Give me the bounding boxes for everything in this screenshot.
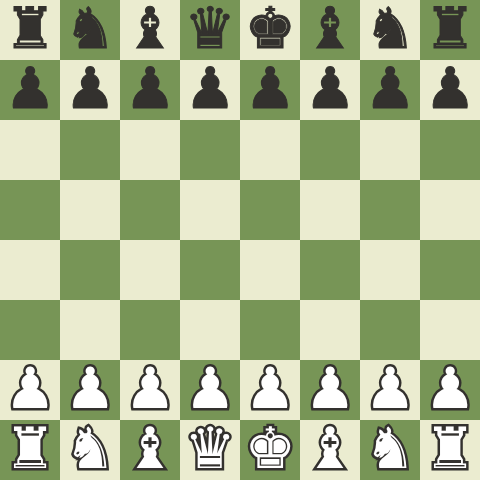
- piece-black-pawn[interactable]: ♟: [300, 60, 360, 120]
- square-a5[interactable]: [0, 180, 60, 240]
- white-queen-glyph: ♛: [184, 420, 235, 477]
- square-a3[interactable]: [0, 300, 60, 360]
- white-pawn-glyph: ♟: [244, 360, 295, 417]
- piece-black-knight[interactable]: ♞: [60, 0, 120, 60]
- black-bishop-glyph: ♝: [304, 0, 355, 57]
- square-e3[interactable]: [240, 300, 300, 360]
- square-e5[interactable]: [240, 180, 300, 240]
- square-d6[interactable]: [180, 120, 240, 180]
- square-f5[interactable]: [300, 180, 360, 240]
- square-e8[interactable]: ♚: [240, 0, 300, 60]
- square-h3[interactable]: [420, 300, 480, 360]
- piece-white-knight[interactable]: ♞♞: [60, 420, 120, 480]
- square-c2[interactable]: ♟♟: [120, 360, 180, 420]
- square-g4[interactable]: [360, 240, 420, 300]
- square-f1[interactable]: ♝♝: [300, 420, 360, 480]
- piece-black-pawn[interactable]: ♟: [120, 60, 180, 120]
- square-d1[interactable]: ♛♛: [180, 420, 240, 480]
- square-c1[interactable]: ♝♝: [120, 420, 180, 480]
- square-d8[interactable]: ♛: [180, 0, 240, 60]
- black-knight-glyph: ♞: [364, 0, 415, 57]
- piece-white-knight[interactable]: ♞♞: [360, 420, 420, 480]
- white-knight-glyph: ♞: [364, 420, 415, 477]
- white-rook-glyph: ♜: [4, 420, 55, 477]
- piece-black-queen[interactable]: ♛: [180, 0, 240, 60]
- piece-black-bishop[interactable]: ♝: [120, 0, 180, 60]
- square-d7[interactable]: ♟: [180, 60, 240, 120]
- square-a8[interactable]: ♜: [0, 0, 60, 60]
- white-pawn-glyph: ♟: [364, 360, 415, 417]
- white-pawn-glyph: ♟: [184, 360, 235, 417]
- black-pawn-glyph: ♟: [304, 60, 355, 117]
- square-b2[interactable]: ♟♟: [60, 360, 120, 420]
- black-bishop-glyph: ♝: [124, 0, 175, 57]
- black-pawn-glyph: ♟: [4, 60, 55, 117]
- square-c4[interactable]: [120, 240, 180, 300]
- square-d5[interactable]: [180, 180, 240, 240]
- white-rook-glyph: ♜: [424, 420, 475, 477]
- square-g3[interactable]: [360, 300, 420, 360]
- square-a2[interactable]: ♟♟: [0, 360, 60, 420]
- white-bishop-glyph: ♝: [304, 420, 355, 477]
- piece-black-knight[interactable]: ♞: [360, 0, 420, 60]
- black-pawn-glyph: ♟: [244, 60, 295, 117]
- square-h5[interactable]: [420, 180, 480, 240]
- black-rook-glyph: ♜: [424, 0, 475, 57]
- black-pawn-glyph: ♟: [184, 60, 235, 117]
- piece-white-pawn[interactable]: ♟♟: [240, 360, 300, 420]
- square-g5[interactable]: [360, 180, 420, 240]
- piece-black-pawn[interactable]: ♟: [360, 60, 420, 120]
- square-h4[interactable]: [420, 240, 480, 300]
- piece-black-pawn[interactable]: ♟: [180, 60, 240, 120]
- square-d4[interactable]: [180, 240, 240, 300]
- square-f2[interactable]: ♟♟: [300, 360, 360, 420]
- piece-white-pawn[interactable]: ♟♟: [60, 360, 120, 420]
- piece-black-rook[interactable]: ♜: [420, 0, 480, 60]
- white-pawn-glyph: ♟: [424, 360, 475, 417]
- white-bishop-glyph: ♝: [124, 420, 175, 477]
- black-pawn-glyph: ♟: [424, 60, 475, 117]
- piece-black-rook[interactable]: ♜: [0, 0, 60, 60]
- square-e6[interactable]: [240, 120, 300, 180]
- black-rook-glyph: ♜: [4, 0, 55, 57]
- square-c5[interactable]: [120, 180, 180, 240]
- piece-black-king[interactable]: ♚: [240, 0, 300, 60]
- square-b4[interactable]: [60, 240, 120, 300]
- black-pawn-glyph: ♟: [64, 60, 115, 117]
- piece-white-pawn[interactable]: ♟♟: [300, 360, 360, 420]
- black-king-glyph: ♚: [244, 0, 295, 57]
- square-c7[interactable]: ♟: [120, 60, 180, 120]
- square-g6[interactable]: [360, 120, 420, 180]
- white-pawn-glyph: ♟: [124, 360, 175, 417]
- piece-white-pawn[interactable]: ♟♟: [360, 360, 420, 420]
- square-f4[interactable]: [300, 240, 360, 300]
- square-g7[interactable]: ♟: [360, 60, 420, 120]
- square-a6[interactable]: [0, 120, 60, 180]
- square-b1[interactable]: ♞♞: [60, 420, 120, 480]
- piece-white-pawn[interactable]: ♟♟: [0, 360, 60, 420]
- square-f6[interactable]: [300, 120, 360, 180]
- square-c3[interactable]: [120, 300, 180, 360]
- piece-black-pawn[interactable]: ♟: [240, 60, 300, 120]
- square-b6[interactable]: [60, 120, 120, 180]
- square-c8[interactable]: ♝: [120, 0, 180, 60]
- piece-black-pawn[interactable]: ♟: [60, 60, 120, 120]
- square-b7[interactable]: ♟: [60, 60, 120, 120]
- piece-white-bishop[interactable]: ♝♝: [300, 420, 360, 480]
- square-d3[interactable]: [180, 300, 240, 360]
- square-f3[interactable]: [300, 300, 360, 360]
- piece-white-pawn[interactable]: ♟♟: [120, 360, 180, 420]
- square-c6[interactable]: [120, 120, 180, 180]
- square-f8[interactable]: ♝: [300, 0, 360, 60]
- square-f7[interactable]: ♟: [300, 60, 360, 120]
- square-e1[interactable]: ♚♚: [240, 420, 300, 480]
- square-g8[interactable]: ♞: [360, 0, 420, 60]
- square-h6[interactable]: [420, 120, 480, 180]
- piece-white-queen[interactable]: ♛♛: [180, 420, 240, 480]
- square-h1[interactable]: ♜♜: [420, 420, 480, 480]
- piece-black-pawn[interactable]: ♟: [0, 60, 60, 120]
- black-knight-glyph: ♞: [64, 0, 115, 57]
- piece-white-pawn[interactable]: ♟♟: [180, 360, 240, 420]
- square-e7[interactable]: ♟: [240, 60, 300, 120]
- square-a4[interactable]: [0, 240, 60, 300]
- square-e4[interactable]: [240, 240, 300, 300]
- white-knight-glyph: ♞: [64, 420, 115, 477]
- square-e2[interactable]: ♟♟: [240, 360, 300, 420]
- piece-white-rook[interactable]: ♜♜: [420, 420, 480, 480]
- square-g1[interactable]: ♞♞: [360, 420, 420, 480]
- white-king-glyph: ♚: [244, 420, 295, 477]
- white-pawn-glyph: ♟: [4, 360, 55, 417]
- black-queen-glyph: ♛: [184, 0, 235, 57]
- square-b3[interactable]: [60, 300, 120, 360]
- white-pawn-glyph: ♟: [304, 360, 355, 417]
- square-a7[interactable]: ♟: [0, 60, 60, 120]
- square-h8[interactable]: ♜: [420, 0, 480, 60]
- white-pawn-glyph: ♟: [64, 360, 115, 417]
- black-pawn-glyph: ♟: [364, 60, 415, 117]
- square-d2[interactable]: ♟♟: [180, 360, 240, 420]
- piece-white-bishop[interactable]: ♝♝: [120, 420, 180, 480]
- square-g2[interactable]: ♟♟: [360, 360, 420, 420]
- piece-black-bishop[interactable]: ♝: [300, 0, 360, 60]
- piece-white-king[interactable]: ♚♚: [240, 420, 300, 480]
- square-b5[interactable]: [60, 180, 120, 240]
- square-h7[interactable]: ♟: [420, 60, 480, 120]
- piece-white-rook[interactable]: ♜♜: [0, 420, 60, 480]
- piece-white-pawn[interactable]: ♟♟: [420, 360, 480, 420]
- black-pawn-glyph: ♟: [124, 60, 175, 117]
- square-a1[interactable]: ♜♜: [0, 420, 60, 480]
- square-b8[interactable]: ♞: [60, 0, 120, 60]
- piece-black-pawn[interactable]: ♟: [420, 60, 480, 120]
- square-h2[interactable]: ♟♟: [420, 360, 480, 420]
- chess-board: ♜♞♝♛♚♝♞♜♟♟♟♟♟♟♟♟♟♟♟♟♟♟♟♟♟♟♟♟♟♟♟♟♜♜♞♞♝♝♛♛…: [0, 0, 480, 480]
